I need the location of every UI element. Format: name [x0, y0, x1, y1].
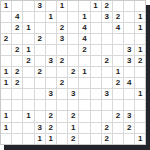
- grid-cell-r4c2[interactable]: [12, 34, 22, 44]
- clue-cell-r6c13[interactable]: 2: [135, 56, 145, 66]
- grid-cell-r10c4[interactable]: [35, 100, 45, 110]
- clue-cell-r11c12[interactable]: 3: [124, 111, 134, 121]
- clue-cell-r6c5[interactable]: 3: [46, 56, 56, 66]
- grid-cell-r3c5[interactable]: [46, 23, 56, 33]
- clue-cell-r8c2[interactable]: 2: [12, 78, 22, 88]
- clue-cell-r9c13[interactable]: 1: [135, 89, 145, 99]
- clue-cell-r12c7[interactable]: 1: [68, 123, 78, 133]
- grid-cell-r4c13[interactable]: [135, 34, 145, 44]
- grid-cell-r11c4[interactable]: [35, 111, 45, 121]
- grid-cell-r8c9[interactable]: [91, 78, 101, 88]
- clue-cell-r3c2[interactable]: 2: [12, 23, 22, 33]
- grid-cell-r10c13[interactable]: [135, 100, 145, 110]
- grid-cell-r13c2[interactable]: [12, 134, 22, 144]
- clue-cell-r5c3[interactable]: 1: [23, 45, 33, 55]
- clue-cell-r8c1[interactable]: 1: [1, 78, 11, 88]
- grid-cell-r10c12[interactable]: [124, 100, 134, 110]
- clue-cell-r12c12[interactable]: 2: [124, 123, 134, 133]
- grid-cell-r3c1[interactable]: [1, 23, 11, 33]
- clue-cell-r9c5[interactable]: 3: [46, 89, 56, 99]
- clue-cell-r1c4[interactable]: 3: [35, 1, 45, 11]
- clue-cell-r11c1[interactable]: 1: [1, 111, 11, 121]
- clue-cell-r6c6[interactable]: 2: [57, 56, 67, 66]
- clue-cell-r7c8[interactable]: 1: [79, 67, 89, 77]
- grid-cell-r4c7[interactable]: [68, 34, 78, 44]
- clue-cell-r5c2[interactable]: 2: [12, 45, 22, 55]
- grid-cell-r3c4[interactable]: [35, 23, 45, 33]
- grid-cell-r6c2[interactable]: [12, 56, 22, 66]
- grid-cell-r8c3[interactable]: [23, 78, 33, 88]
- clue-cell-r1c1[interactable]: 1: [1, 1, 11, 11]
- grid-cell-r9c12[interactable]: [124, 89, 134, 99]
- grid-cell-r13c6[interactable]: [57, 134, 67, 144]
- clue-cell-r11c3[interactable]: 1: [23, 111, 33, 121]
- grid-cell-r12c2[interactable]: [12, 123, 22, 133]
- clue-cell-r12c1[interactable]: 1: [1, 123, 11, 133]
- clue-cell-r9c7[interactable]: 3: [68, 89, 78, 99]
- clue-cell-r13c7[interactable]: 2: [68, 134, 78, 144]
- grid-cell-r8c5[interactable]: [46, 78, 56, 88]
- clue-cell-r13c5[interactable]: 1: [46, 134, 56, 144]
- grid-cell-r7c5[interactable]: [46, 67, 56, 77]
- clue-cell-r2c11[interactable]: 2: [113, 12, 123, 22]
- clue-cell-r11c5[interactable]: 2: [46, 111, 56, 121]
- clue-cell-r2c13[interactable]: 1: [135, 12, 145, 22]
- clue-cell-r3c13[interactable]: 1: [135, 23, 145, 33]
- clue-cell-r4c8[interactable]: 4: [79, 34, 89, 44]
- grid-cell-r6c4[interactable]: [35, 56, 45, 66]
- grid-cell-r11c9[interactable]: [91, 111, 101, 121]
- puzzle-grid: 1311241132121244122342123123223212221112…: [0, 0, 146, 145]
- clue-cell-r7c4[interactable]: 2: [35, 67, 45, 77]
- grid-cell-r2c9[interactable]: [91, 12, 101, 22]
- grid-cell-r12c9[interactable]: [91, 123, 101, 133]
- grid-cell-r4c10[interactable]: [102, 34, 112, 44]
- grid-cell-r8c10[interactable]: [102, 78, 112, 88]
- clue-cell-r2c8[interactable]: 1: [79, 12, 89, 22]
- grid-cell-r10c3[interactable]: [23, 100, 33, 110]
- grid-cell-r5c7[interactable]: [68, 45, 78, 55]
- grid-cell-r6c11[interactable]: [113, 56, 123, 66]
- grid-cell-r1c2[interactable]: [12, 1, 22, 11]
- grid-cell-r10c9[interactable]: [91, 100, 101, 110]
- grid-cell-r11c2[interactable]: [12, 111, 22, 121]
- grid-cell-r8c4[interactable]: [35, 78, 45, 88]
- clue-cell-r2c10[interactable]: 3: [102, 12, 112, 22]
- grid-cell-r2c3[interactable]: [23, 12, 33, 22]
- grid-cell-r6c1[interactable]: [1, 56, 11, 66]
- clue-cell-r9c10[interactable]: 3: [102, 89, 112, 99]
- grid-cell-r9c11[interactable]: [113, 89, 123, 99]
- grid-cell-r1c8[interactable]: [79, 1, 89, 11]
- clue-cell-r8c12[interactable]: 4: [124, 78, 134, 88]
- clue-cell-r7c1[interactable]: 1: [1, 67, 11, 77]
- grid-cell-r11c6[interactable]: [57, 111, 67, 121]
- grid-cell-r8c13[interactable]: [135, 78, 145, 88]
- clue-cell-r2c5[interactable]: 1: [46, 12, 56, 22]
- grid-cell-r5c9[interactable]: [91, 45, 101, 55]
- clue-cell-r7c2[interactable]: 2: [12, 67, 22, 77]
- clue-cell-r3c8[interactable]: 4: [79, 23, 89, 33]
- grid-cell-r9c2[interactable]: [12, 89, 22, 99]
- grid-cell-r7c9[interactable]: [91, 67, 101, 77]
- clue-cell-r1c10[interactable]: 2: [102, 1, 112, 11]
- grid-cell-r1c13[interactable]: [135, 1, 145, 11]
- clue-cell-r7c7[interactable]: 2: [68, 67, 78, 77]
- grid-cell-r12c11[interactable]: [113, 123, 123, 133]
- clue-cell-r5c13[interactable]: 1: [135, 45, 145, 55]
- grid-cell-r9c1[interactable]: [1, 89, 11, 99]
- grid-cell-r7c6[interactable]: [57, 67, 67, 77]
- grid-cell-r10c2[interactable]: [12, 100, 22, 110]
- grid-cell-r7c13[interactable]: [135, 67, 145, 77]
- grid-cell-r6c9[interactable]: [91, 56, 101, 66]
- grid-cell-r11c10[interactable]: [102, 111, 112, 121]
- clue-cell-r4c4[interactable]: 2: [35, 34, 45, 44]
- clue-cell-r3c3[interactable]: 1: [23, 23, 33, 33]
- clue-cell-r4c6[interactable]: 3: [57, 34, 67, 44]
- grid-cell-r1c12[interactable]: [124, 1, 134, 11]
- grid-cell-r8c8[interactable]: [79, 78, 89, 88]
- grid-cell-r1c3[interactable]: [23, 1, 33, 11]
- grid-cell-r9c6[interactable]: [57, 89, 67, 99]
- grid-cell-r12c6[interactable]: [57, 123, 67, 133]
- grid-cell-r13c9[interactable]: [91, 134, 101, 144]
- grid-cell-r3c9[interactable]: [91, 23, 101, 33]
- clue-cell-r3c11[interactable]: 4: [113, 23, 123, 33]
- grid-cell-r5c11[interactable]: [113, 45, 123, 55]
- grid-cell-r7c3[interactable]: [23, 67, 33, 77]
- grid-cell-r8c7[interactable]: [68, 78, 78, 88]
- grid-cell-r3c7[interactable]: [68, 23, 78, 33]
- grid-cell-r11c8[interactable]: [79, 111, 89, 121]
- grid-cell-r10c8[interactable]: [79, 100, 89, 110]
- grid-cell-r10c10[interactable]: [102, 100, 112, 110]
- grid-cell-r10c1[interactable]: [1, 100, 11, 110]
- clue-cell-r3c6[interactable]: 2: [57, 23, 67, 33]
- grid-cell-r2c1[interactable]: [1, 12, 11, 22]
- grid-cell-r5c4[interactable]: [35, 45, 45, 55]
- grid-cell-r3c12[interactable]: [124, 23, 134, 33]
- grid-cell-r6c8[interactable]: [79, 56, 89, 66]
- grid-cell-r11c13[interactable]: [135, 111, 145, 121]
- clue-cell-r12c4[interactable]: 3: [35, 123, 45, 133]
- grid-cell-r2c6[interactable]: [57, 12, 67, 22]
- grid-cell-r13c11[interactable]: [113, 134, 123, 144]
- grid-cell-r4c9[interactable]: [91, 34, 101, 44]
- grid-cell-r12c8[interactable]: [79, 123, 89, 133]
- grid-cell-r2c4[interactable]: [35, 12, 45, 22]
- clue-cell-r8c11[interactable]: 2: [113, 78, 123, 88]
- grid-cell-r5c10[interactable]: [102, 45, 112, 55]
- grid-cell-r5c1[interactable]: [1, 45, 11, 55]
- grid-cell-r1c7[interactable]: [68, 1, 78, 11]
- clue-cell-r13c10[interactable]: 2: [102, 134, 112, 144]
- clue-cell-r13c4[interactable]: 1: [35, 134, 45, 144]
- clue-cell-r12c5[interactable]: 2: [46, 123, 56, 133]
- clue-cell-r5c8[interactable]: 2: [79, 45, 89, 55]
- grid-cell-r5c6[interactable]: [57, 45, 67, 55]
- puzzle-board-wrap: 1311241132121244122342123123223212221112…: [0, 0, 146, 145]
- grid-cell-r7c12[interactable]: [124, 67, 134, 77]
- grid-cell-r2c12[interactable]: [124, 12, 134, 22]
- grid-cell-r5c5[interactable]: [46, 45, 56, 55]
- grid-cell-r4c12[interactable]: [124, 34, 134, 44]
- grid-cell-r7c10[interactable]: [102, 67, 112, 77]
- grid-cell-r13c12[interactable]: [124, 134, 134, 144]
- grid-cell-r2c7[interactable]: [68, 12, 78, 22]
- grid-cell-r9c8[interactable]: [79, 89, 89, 99]
- clue-cell-r1c6[interactable]: 1: [57, 1, 67, 11]
- clue-cell-r1c9[interactable]: 1: [91, 1, 101, 11]
- grid-cell-r4c3[interactable]: [23, 34, 33, 44]
- grid-cell-r9c9[interactable]: [91, 89, 101, 99]
- grid-cell-r9c4[interactable]: [35, 89, 45, 99]
- clue-cell-r4c1[interactable]: 2: [1, 34, 11, 44]
- grid-cell-r4c11[interactable]: [113, 34, 123, 44]
- grid-cell-r10c7[interactable]: [68, 100, 78, 110]
- grid-cell-r9c3[interactable]: [23, 89, 33, 99]
- clue-cell-r8c6[interactable]: 2: [57, 78, 67, 88]
- clue-cell-r6c12[interactable]: 3: [124, 56, 134, 66]
- clue-cell-r13c13[interactable]: 1: [135, 134, 145, 144]
- grid-cell-r10c5[interactable]: [46, 100, 56, 110]
- clue-cell-r11c11[interactable]: 2: [113, 111, 123, 121]
- clue-cell-r6c10[interactable]: 2: [102, 56, 112, 66]
- clue-cell-r11c7[interactable]: 2: [68, 111, 78, 121]
- grid-cell-r1c5[interactable]: [46, 1, 56, 11]
- clue-cell-r2c2[interactable]: 4: [12, 12, 22, 22]
- grid-cell-r13c8[interactable]: [79, 134, 89, 144]
- grid-cell-r4c5[interactable]: [46, 34, 56, 44]
- grid-cell-r13c1[interactable]: [1, 134, 11, 144]
- clue-cell-r7c11[interactable]: 1: [113, 67, 123, 77]
- grid-cell-r6c7[interactable]: [68, 56, 78, 66]
- clue-cell-r12c10[interactable]: 2: [102, 123, 112, 133]
- grid-cell-r10c6[interactable]: [57, 100, 67, 110]
- grid-cell-r3c10[interactable]: [102, 23, 112, 33]
- grid-cell-r13c3[interactable]: [23, 134, 33, 144]
- clue-cell-r6c3[interactable]: 2: [23, 56, 33, 66]
- grid-cell-r12c13[interactable]: [135, 123, 145, 133]
- clue-cell-r5c12[interactable]: 3: [124, 45, 134, 55]
- grid-cell-r10c11[interactable]: [113, 100, 123, 110]
- grid-cell-r12c3[interactable]: [23, 123, 33, 133]
- grid-cell-r1c11[interactable]: [113, 1, 123, 11]
